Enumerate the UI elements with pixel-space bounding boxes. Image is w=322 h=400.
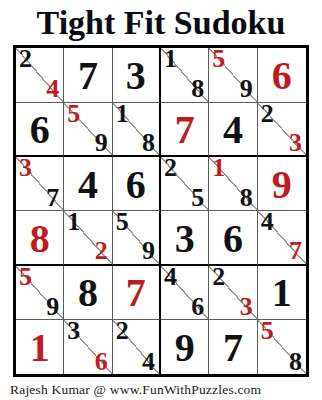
cell-bottom-number: 6: [191, 293, 204, 322]
cell-top-number: 4: [261, 208, 274, 237]
cell-r2c3: 18: [113, 103, 161, 157]
cell-r2c1: 6: [16, 103, 64, 157]
cell-r1c1: 24: [16, 48, 64, 102]
cell-top-number: 5: [19, 263, 32, 292]
cell-r6c2: 36: [64, 320, 112, 374]
cell-r2c6: 23: [258, 103, 306, 157]
cell-number: 6: [30, 110, 50, 150]
cell-bottom-number: 6: [95, 348, 108, 377]
cell-bottom-number: 8: [240, 184, 253, 213]
cell-r1c4: 18: [161, 48, 209, 102]
cell-number: 6: [126, 165, 146, 205]
cell-r3c1: 37: [16, 157, 64, 211]
cell-r4c5: 6: [209, 211, 257, 265]
cell-bottom-number: 8: [142, 129, 155, 158]
cell-top-number: 1: [212, 154, 225, 183]
cell-number: 7: [175, 110, 195, 150]
cell-top-number: 2: [19, 45, 32, 74]
puzzle-title: Tight Fit Sudoku: [0, 0, 322, 43]
cell-r1c6: 6: [258, 48, 306, 102]
cell-r3c3: 6: [113, 157, 161, 211]
cell-bottom-number: 8: [289, 348, 302, 377]
cell-r4c4: 3: [161, 211, 209, 265]
cell-top-number: 4: [164, 263, 177, 292]
cell-top-number: 1: [67, 208, 80, 237]
cell-r1c5: 59: [209, 48, 257, 102]
cell-r1c3: 3: [113, 48, 161, 102]
cell-r5c3: 7: [113, 266, 161, 320]
cell-top-number: 1: [116, 100, 129, 129]
page: Tight Fit Sudoku 24731859665918742337462…: [0, 0, 322, 400]
cell-number: 3: [126, 56, 146, 96]
cell-bottom-number: 9: [46, 293, 59, 322]
cell-number: 9: [175, 328, 195, 368]
cell-top-number: 5: [212, 45, 225, 74]
cell-r2c2: 59: [64, 103, 112, 157]
cell-top-number: 1: [164, 45, 177, 74]
cell-bottom-number: 3: [240, 293, 253, 322]
cell-number: 1: [272, 273, 292, 313]
cell-r5c5: 23: [209, 266, 257, 320]
cell-top-number: 2: [164, 154, 177, 183]
cell-r5c1: 59: [16, 266, 64, 320]
cell-number: 3: [175, 219, 195, 259]
cell-r5c2: 8: [64, 266, 112, 320]
cell-r2c4: 7: [161, 103, 209, 157]
cell-top-number: 5: [116, 208, 129, 237]
cell-top-number: 2: [261, 100, 274, 129]
cell-r3c2: 4: [64, 157, 112, 211]
cell-number: 8: [78, 273, 98, 313]
cell-bottom-number: 9: [95, 129, 108, 158]
cell-r5c4: 46: [161, 266, 209, 320]
cell-bottom-number: 7: [46, 184, 59, 213]
cell-r3c6: 9: [258, 157, 306, 211]
cell-r6c6: 58: [258, 320, 306, 374]
cell-r2c5: 4: [209, 103, 257, 157]
cell-r6c3: 24: [113, 320, 161, 374]
cell-number: 7: [223, 328, 243, 368]
cell-r6c4: 9: [161, 320, 209, 374]
cell-top-number: 2: [212, 263, 225, 292]
sudoku-grid: 2473185966591874233746251898125936475987…: [13, 45, 309, 377]
cell-bottom-number: 2: [95, 237, 108, 266]
cell-r6c5: 7: [209, 320, 257, 374]
cell-number: 6: [272, 56, 292, 96]
cell-bottom-number: 8: [191, 75, 204, 104]
cell-number: 7: [126, 273, 146, 313]
cell-r3c5: 18: [209, 157, 257, 211]
cell-number: 7: [78, 56, 98, 96]
cell-top-number: 2: [116, 317, 129, 346]
cell-number: 4: [78, 165, 98, 205]
cell-top-number: 5: [67, 100, 80, 129]
cell-number: 1: [30, 328, 50, 368]
cell-r4c6: 47: [258, 211, 306, 265]
cell-r1c2: 7: [64, 48, 112, 102]
cell-bottom-number: 7: [289, 237, 302, 266]
cell-number: 9: [272, 165, 292, 205]
cell-r5c6: 1: [258, 266, 306, 320]
cell-bottom-number: 9: [142, 237, 155, 266]
attribution-text: Rajesh Kumar @ www.FunWithPuzzles.com: [10, 382, 322, 398]
cell-bottom-number: 4: [46, 75, 59, 104]
cell-r4c1: 8: [16, 211, 64, 265]
cell-bottom-number: 3: [289, 129, 302, 158]
cell-bottom-number: 5: [191, 184, 204, 213]
cell-r6c1: 1: [16, 320, 64, 374]
cell-number: 4: [223, 110, 243, 150]
cell-r4c3: 59: [113, 211, 161, 265]
cell-top-number: 3: [19, 154, 32, 183]
cell-r3c4: 25: [161, 157, 209, 211]
cell-top-number: 3: [67, 317, 80, 346]
cell-top-number: 5: [261, 317, 274, 346]
cell-bottom-number: 4: [142, 348, 155, 377]
cell-r4c2: 12: [64, 211, 112, 265]
cell-bottom-number: 9: [240, 75, 253, 104]
cell-number: 8: [30, 219, 50, 259]
cell-number: 6: [223, 219, 243, 259]
